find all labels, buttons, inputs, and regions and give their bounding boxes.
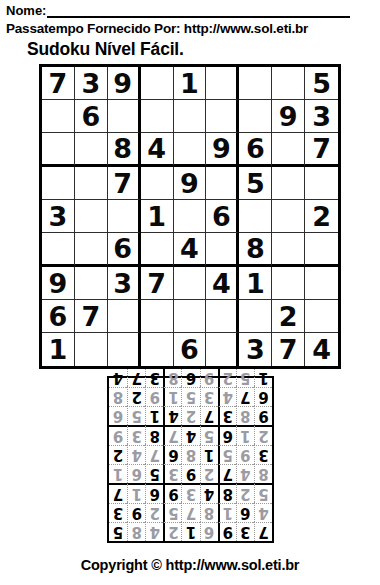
solution-cell-r4c8: 6 [127,464,145,483]
solution-cell-r7c3: 3 [218,406,236,425]
solution-cell-r9c9: 4 [109,369,127,387]
solution-cell-r9c3: 2 [218,369,236,387]
cell-r2c9[interactable]: 3 [305,100,338,133]
cell-r8c4[interactable] [141,300,174,333]
solution-cell-r2c6: 5 [163,503,181,522]
cell-r4c7[interactable]: 5 [239,167,272,200]
sudoku-solution-grid: 7396124854618752935284396178472935613951… [107,376,274,543]
cell-r3c2[interactable] [75,133,108,167]
cell-r9c6[interactable] [206,333,239,366]
solution-cell-r5c9: 2 [109,445,127,464]
cell-r5c7[interactable] [239,200,272,233]
cell-r1c9[interactable]: 5 [305,67,338,100]
solution-cell-r8c2: 7 [236,387,254,406]
cell-r6c6[interactable] [206,233,239,267]
cell-r7c9[interactable] [305,267,338,300]
cell-r8c6[interactable] [206,300,239,333]
cell-r3c3[interactable]: 8 [108,133,141,167]
solution-cell-r1c4: 6 [200,522,218,541]
cell-r7c5[interactable] [174,267,207,300]
solution-cell-r2c8: 9 [127,503,145,522]
cell-r4c9[interactable] [305,167,338,200]
cell-r1c3[interactable]: 9 [108,67,141,100]
cell-r1c4[interactable] [141,67,174,100]
solution-cell-r3c2: 2 [236,483,254,503]
sudoku-puzzle-grid: 739156938496779531626489374167216374 [39,64,341,369]
cell-r6c9[interactable] [305,233,338,267]
solution-cell-r4c2: 4 [236,464,254,483]
solution-cell-r8c3: 4 [218,387,236,406]
cell-r4c8[interactable] [272,167,305,200]
solution-cell-r6c6: 7 [163,425,181,445]
cell-r8c8[interactable]: 2 [272,300,305,333]
solution-cell-r9c7: 3 [145,369,163,387]
cell-r6c5[interactable]: 4 [174,233,207,267]
cell-r9c9[interactable]: 4 [305,333,338,366]
solution-cell-r5c8: 4 [127,445,145,464]
solution-cell-r6c9: 9 [109,425,127,445]
cell-r7c6[interactable]: 4 [206,267,239,300]
solution-cell-r1c6: 2 [163,522,181,541]
cell-r1c8[interactable] [272,67,305,100]
page-title: Sudoku Nível Fácil. [27,39,184,60]
cell-r4c1[interactable] [42,167,75,200]
solution-cell-r9c1: 1 [254,369,272,387]
solution-cell-r4c5: 9 [181,464,199,483]
cell-r8c7[interactable] [239,300,272,333]
cell-r2c6[interactable] [206,100,239,133]
cell-r6c8[interactable] [272,233,305,267]
solution-cell-r1c5: 1 [181,522,199,541]
cell-r3c9[interactable]: 7 [305,133,338,167]
solution-cell-r8c9: 8 [109,387,127,406]
cell-r7c2[interactable] [75,267,108,300]
solution-cell-r3c3: 8 [218,483,236,503]
solution-cell-r4c6: 3 [163,464,181,483]
solution-cell-r5c7: 7 [145,445,163,464]
cell-r6c7[interactable]: 8 [239,233,272,267]
solution-cell-r1c9: 5 [109,522,127,541]
provided-by-text: Passatempo Fornecido Por: http://www.sol… [6,21,308,36]
solution-cell-r4c1: 8 [254,464,272,483]
solution-cell-r3c1: 5 [254,483,272,503]
solution-cell-r7c8: 5 [127,406,145,425]
cell-r2c4[interactable] [141,100,174,133]
solution-cell-r7c6: 4 [163,406,181,425]
cell-r1c5[interactable]: 1 [174,67,207,100]
cell-r6c1[interactable] [42,233,75,267]
solution-cell-r2c9: 3 [109,503,127,522]
solution-cell-r8c5: 5 [181,387,199,406]
cell-r2c1[interactable] [42,100,75,133]
cell-r3c5[interactable] [174,133,207,167]
solution-cell-r7c5: 2 [181,406,199,425]
solution-cell-r1c7: 4 [145,522,163,541]
cell-r9c3[interactable] [108,333,141,366]
cell-r3c1[interactable] [42,133,75,167]
cell-r8c2[interactable]: 7 [75,300,108,333]
solution-cell-r1c3: 9 [218,522,236,541]
solution-cell-r3c8: 1 [127,483,145,503]
cell-r9c7[interactable]: 3 [239,333,272,366]
cell-r9c4[interactable] [141,333,174,366]
solution-cell-r2c7: 2 [145,503,163,522]
solution-cell-r2c1: 4 [254,503,272,522]
cell-r9c2[interactable] [75,333,108,366]
cell-r6c3[interactable]: 6 [108,233,141,267]
cell-r5c2[interactable] [75,200,108,233]
solution-cell-r7c4: 7 [200,406,218,425]
cell-r5c1[interactable]: 3 [42,200,75,233]
solution-cell-r2c2: 6 [236,503,254,522]
cell-r5c3[interactable] [108,200,141,233]
solution-cell-r9c6: 8 [163,369,181,387]
cell-r7c1[interactable]: 9 [42,267,75,300]
solution-cell-r7c2: 8 [236,406,254,425]
cell-r5c8[interactable] [272,200,305,233]
solution-cell-r9c5: 6 [181,369,199,387]
cell-r1c7[interactable] [239,67,272,100]
solution-cell-r9c2: 5 [236,369,254,387]
solution-cell-r5c6: 6 [163,445,181,464]
solution-cell-r5c3: 5 [218,445,236,464]
solution-cell-r9c8: 7 [127,369,145,387]
cell-r5c9[interactable]: 2 [305,200,338,233]
cell-r6c2[interactable] [75,233,108,267]
solution-cell-r2c5: 7 [181,503,199,522]
solution-cell-r8c7: 9 [145,387,163,406]
solution-cell-r6c3: 6 [218,425,236,445]
cell-r3c7[interactable]: 6 [239,133,272,167]
solution-cell-r8c4: 3 [200,387,218,406]
cell-r3c4[interactable]: 4 [141,133,174,167]
solution-cell-r3c4: 4 [200,483,218,503]
cell-r2c7[interactable] [239,100,272,133]
solution-cell-r5c2: 9 [236,445,254,464]
cell-r8c5[interactable] [174,300,207,333]
solution-cell-r2c3: 1 [218,503,236,522]
cell-r7c8[interactable] [272,267,305,300]
solution-cell-r4c7: 5 [145,464,163,483]
name-blank-line [47,3,350,18]
cell-r1c2[interactable]: 3 [75,67,108,100]
solution-cell-r8c8: 2 [127,387,145,406]
cell-r9c1[interactable]: 1 [42,333,75,366]
copyright-text: Copyright © http://www.sol.eti.br [0,557,380,573]
cell-r5c6[interactable]: 6 [206,200,239,233]
cell-r2c3[interactable] [108,100,141,133]
cell-r1c6[interactable] [206,67,239,100]
cell-r7c4[interactable]: 7 [141,267,174,300]
cell-r4c5[interactable]: 9 [174,167,207,200]
solution-cell-r6c7: 8 [145,425,163,445]
solution-cell-r6c1: 2 [254,425,272,445]
cell-r2c2[interactable]: 6 [75,100,108,133]
solution-cell-r3c5: 3 [181,483,199,503]
solution-cell-r7c9: 6 [109,406,127,425]
solution-cell-r7c1: 9 [254,406,272,425]
cell-r8c3[interactable] [108,300,141,333]
cell-r4c3[interactable]: 7 [108,167,141,200]
solution-cell-r2c4: 8 [200,503,218,522]
name-field-row: Nome: [6,3,350,18]
cell-r5c4[interactable]: 1 [141,200,174,233]
name-label: Nome: [6,3,46,18]
solution-cell-r8c1: 6 [254,387,272,406]
cell-r1c1[interactable]: 7 [42,67,75,100]
solution-cell-r6c4: 5 [200,425,218,445]
cell-r8c9[interactable] [305,300,338,333]
cell-r2c5[interactable] [174,100,207,133]
cell-r3c8[interactable] [272,133,305,167]
cell-r7c7[interactable]: 1 [239,267,272,300]
cell-r3c6[interactable]: 9 [206,133,239,167]
solution-cell-r6c8: 3 [127,425,145,445]
solution-cell-r3c7: 6 [145,483,163,503]
cell-r9c8[interactable]: 7 [272,333,305,366]
solution-cell-r5c5: 8 [181,445,199,464]
solution-cell-r3c9: 7 [109,483,127,503]
cell-r4c4[interactable] [141,167,174,200]
cell-r4c2[interactable] [75,167,108,200]
cell-r5c5[interactable] [174,200,207,233]
solution-cell-r4c3: 7 [218,464,236,483]
solution-cell-r7c7: 1 [145,406,163,425]
solution-cell-r4c4: 2 [200,464,218,483]
solution-cell-r1c2: 3 [236,522,254,541]
solution-cell-r5c1: 3 [254,445,272,464]
cell-r7c3[interactable]: 3 [108,267,141,300]
solution-cell-r1c8: 8 [127,522,145,541]
solution-cell-r9c4: 9 [200,369,218,387]
solution-cell-r4c9: 1 [109,464,127,483]
solution-cell-r1c1: 7 [254,522,272,541]
cell-r6c4[interactable] [141,233,174,267]
cell-r4c6[interactable] [206,167,239,200]
cell-r9c5[interactable]: 6 [174,333,207,366]
cell-r8c1[interactable]: 6 [42,300,75,333]
solution-cell-r6c2: 1 [236,425,254,445]
cell-r2c8[interactable]: 9 [272,100,305,133]
solution-cell-r8c6: 1 [163,387,181,406]
solution-cell-r3c6: 9 [163,483,181,503]
solution-cell-r5c4: 1 [200,445,218,464]
solution-cell-r6c5: 4 [181,425,199,445]
